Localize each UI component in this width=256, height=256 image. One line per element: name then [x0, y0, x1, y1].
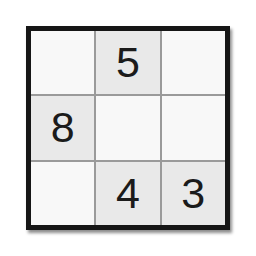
cell-value: 3 — [181, 172, 205, 215]
cell-r2c3[interactable] — [162, 96, 225, 159]
cell-r1c3[interactable] — [162, 31, 225, 94]
cell-r3c3[interactable]: 3 — [162, 162, 225, 225]
cell-value: 8 — [51, 106, 75, 149]
cell-r2c2[interactable] — [96, 96, 159, 159]
cell-r2c1[interactable]: 8 — [31, 96, 94, 159]
cell-r3c1[interactable] — [31, 162, 94, 225]
cell-r1c2[interactable]: 5 — [96, 31, 159, 94]
cell-r1c1[interactable] — [31, 31, 94, 94]
cell-value: 4 — [116, 172, 140, 215]
sudoku-board: 5843 — [26, 26, 230, 230]
cell-r3c2[interactable]: 4 — [96, 162, 159, 225]
cell-value: 5 — [116, 41, 140, 84]
page-background: 5843 — [0, 0, 256, 256]
